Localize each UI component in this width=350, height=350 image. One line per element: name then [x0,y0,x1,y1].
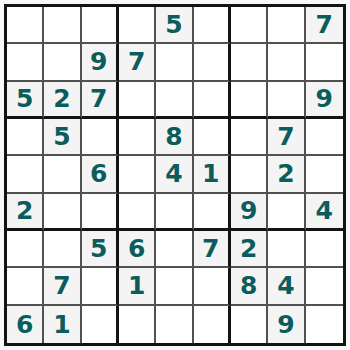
cell-r9c4[interactable] [119,306,156,343]
cell-r5c1[interactable] [7,156,44,193]
cell-r3c3[interactable]: 7 [82,82,119,119]
cell-r7c6[interactable]: 7 [194,231,231,268]
cell-r1c3[interactable] [82,7,119,44]
cell-r9c3[interactable] [82,306,119,343]
cell-r9c5[interactable] [156,306,193,343]
cell-r6c9[interactable]: 4 [306,194,343,231]
cell-r7c7[interactable]: 2 [231,231,268,268]
cell-r6c5[interactable] [156,194,193,231]
cell-r4c3[interactable] [82,119,119,156]
cell-r8c7[interactable]: 8 [231,268,268,305]
cell-r8c2[interactable]: 7 [44,268,81,305]
cell-r5c2[interactable] [44,156,81,193]
cell-r4c5[interactable]: 8 [156,119,193,156]
cell-r8c9[interactable] [306,268,343,305]
cell-r1c5[interactable]: 5 [156,7,193,44]
cell-r7c5[interactable] [156,231,193,268]
cell-r5c3[interactable]: 6 [82,156,119,193]
cell-r6c3[interactable] [82,194,119,231]
cell-r6c8[interactable] [268,194,305,231]
cell-r4c4[interactable] [119,119,156,156]
cell-r3c9[interactable]: 9 [306,82,343,119]
cell-r6c7[interactable]: 9 [231,194,268,231]
cell-r4c7[interactable] [231,119,268,156]
cell-r1c6[interactable] [194,7,231,44]
cell-r5c7[interactable] [231,156,268,193]
cell-r5c9[interactable] [306,156,343,193]
cell-r4c1[interactable] [7,119,44,156]
cell-r1c8[interactable] [268,7,305,44]
cell-r8c5[interactable] [156,268,193,305]
cell-r5c8[interactable]: 2 [268,156,305,193]
cell-r9c1[interactable]: 6 [7,306,44,343]
cell-r5c4[interactable] [119,156,156,193]
cell-r1c2[interactable] [44,7,81,44]
cell-r1c7[interactable] [231,7,268,44]
cell-r3c7[interactable] [231,82,268,119]
cell-r3c8[interactable] [268,82,305,119]
cell-r7c3[interactable]: 5 [82,231,119,268]
cell-r4c9[interactable] [306,119,343,156]
cell-r2c6[interactable] [194,44,231,81]
cell-r2c3[interactable]: 9 [82,44,119,81]
cell-r1c4[interactable] [119,7,156,44]
cell-r3c2[interactable]: 2 [44,82,81,119]
cell-r2c8[interactable] [268,44,305,81]
cell-r8c1[interactable] [7,268,44,305]
cell-r5c6[interactable]: 1 [194,156,231,193]
cell-r7c8[interactable] [268,231,305,268]
cell-r9c8[interactable]: 9 [268,306,305,343]
cell-r4c6[interactable] [194,119,231,156]
cell-r8c6[interactable] [194,268,231,305]
cell-r7c1[interactable] [7,231,44,268]
cell-r3c6[interactable] [194,82,231,119]
cell-r6c1[interactable]: 2 [7,194,44,231]
cell-r7c2[interactable] [44,231,81,268]
cell-r4c2[interactable]: 5 [44,119,81,156]
cell-r9c6[interactable] [194,306,231,343]
cell-r6c6[interactable] [194,194,231,231]
cell-r9c9[interactable] [306,306,343,343]
cell-r9c2[interactable]: 1 [44,306,81,343]
cell-r2c9[interactable] [306,44,343,81]
cell-r3c5[interactable] [156,82,193,119]
cell-r9c7[interactable] [231,306,268,343]
cell-r7c4[interactable]: 6 [119,231,156,268]
cell-r2c4[interactable]: 7 [119,44,156,81]
cell-r8c8[interactable]: 4 [268,268,305,305]
cell-r4c8[interactable]: 7 [268,119,305,156]
cell-r1c9[interactable]: 7 [306,7,343,44]
cell-r2c7[interactable] [231,44,268,81]
cell-r5c5[interactable]: 4 [156,156,193,193]
cell-r6c2[interactable] [44,194,81,231]
cell-r3c4[interactable] [119,82,156,119]
sudoku-board: 57975279587641229456727184619 [4,4,346,346]
cell-r2c2[interactable] [44,44,81,81]
cell-r1c1[interactable] [7,7,44,44]
cell-r2c5[interactable] [156,44,193,81]
cell-r7c9[interactable] [306,231,343,268]
cell-r6c4[interactable] [119,194,156,231]
cell-r2c1[interactable] [7,44,44,81]
cell-r8c3[interactable] [82,268,119,305]
cell-r3c1[interactable]: 5 [7,82,44,119]
cell-r8c4[interactable]: 1 [119,268,156,305]
